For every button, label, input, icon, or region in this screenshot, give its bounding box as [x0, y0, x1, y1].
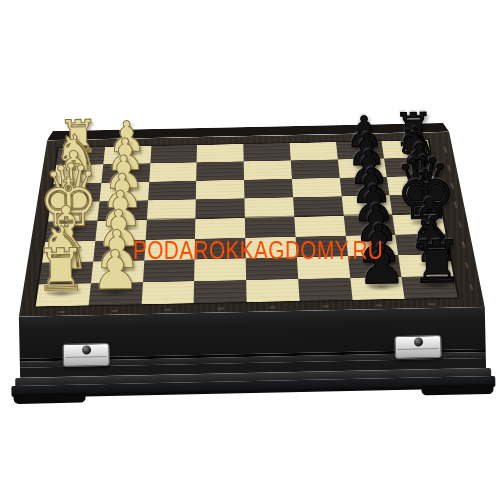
- metal-latch-right: [394, 335, 441, 359]
- piece-black-rook: ♜: [410, 233, 463, 292]
- metal-latch-left: [62, 343, 109, 367]
- piece-white-rook: ♜: [34, 241, 87, 300]
- latch-knob-icon: [81, 345, 90, 354]
- latch-knob-icon: [413, 337, 422, 346]
- chess-set-product-photo: ♜♟♟♜♞♟♟♞♝♟♟♝♛♟♟♛♚♟♟♚♝♟♟♝♞♟♟♞♜♟♟♜ PODAROK…: [0, 0, 500, 500]
- site-watermark: PODAROKKAGDOMY.RU: [133, 237, 383, 263]
